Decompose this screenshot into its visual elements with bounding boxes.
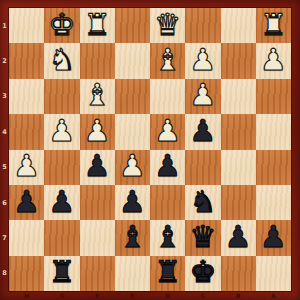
white-pawn-piece: ♟ <box>189 45 216 75</box>
rank-label-6: 6 <box>0 185 9 220</box>
white-pawn-piece: ♟ <box>84 116 111 146</box>
file-labels: HGFEDCBA <box>9 291 291 300</box>
square-g8[interactable]: ♜ <box>44 256 79 291</box>
square-e1[interactable] <box>115 8 150 43</box>
white-bishop-piece: ♝ <box>84 80 111 110</box>
square-g7[interactable] <box>44 220 79 255</box>
square-d8[interactable]: ♜ <box>150 256 185 291</box>
square-b6[interactable] <box>221 185 256 220</box>
square-c4[interactable]: ♟ <box>185 114 220 149</box>
black-pawn-piece: ♟ <box>189 116 216 146</box>
square-h7[interactable] <box>9 220 44 255</box>
rank-label-7: 7 <box>0 220 9 255</box>
black-pawn-piece: ♟ <box>48 187 75 217</box>
square-c5[interactable] <box>185 150 220 185</box>
square-d2[interactable]: ♝ <box>150 43 185 78</box>
file-label-f: F <box>80 291 115 300</box>
black-pawn-piece: ♟ <box>119 187 146 217</box>
rank-label-4: 4 <box>0 114 9 149</box>
square-f4[interactable]: ♟ <box>80 114 115 149</box>
square-e6[interactable]: ♟ <box>115 185 150 220</box>
white-bishop-piece: ♝ <box>154 45 181 75</box>
square-e5[interactable]: ♟ <box>115 150 150 185</box>
rank-label-2: 2 <box>0 43 9 78</box>
square-d3[interactable] <box>150 79 185 114</box>
black-king-piece: ♚ <box>189 257 216 287</box>
file-label-b: B <box>221 291 256 300</box>
square-d1[interactable]: ♛ <box>150 8 185 43</box>
file-label-c: C <box>185 291 220 300</box>
white-pawn-piece: ♟ <box>119 151 146 181</box>
square-f6[interactable] <box>80 185 115 220</box>
square-d5[interactable]: ♟ <box>150 150 185 185</box>
square-g6[interactable]: ♟ <box>44 185 79 220</box>
square-a3[interactable] <box>256 79 291 114</box>
white-king-piece: ♚ <box>48 10 75 40</box>
white-pawn-piece: ♟ <box>48 116 75 146</box>
black-bishop-piece: ♝ <box>119 222 146 252</box>
black-knight-piece: ♞ <box>189 187 216 217</box>
square-f8[interactable] <box>80 256 115 291</box>
black-pawn-piece: ♟ <box>260 222 287 252</box>
white-knight-piece: ♞ <box>48 45 75 75</box>
board-frame: 12345678 ♚♜♛♜♞♝♟♟♝♟♟♟♟♟♟♟♟♟♟♟♟♞♝♝♛♟♟♜♜♚ … <box>0 0 300 300</box>
rank-label-1: 1 <box>0 8 9 43</box>
black-pawn-piece: ♟ <box>84 151 111 181</box>
square-f5[interactable]: ♟ <box>80 150 115 185</box>
square-h3[interactable] <box>9 79 44 114</box>
square-b8[interactable] <box>221 256 256 291</box>
square-f7[interactable] <box>80 220 115 255</box>
black-bishop-piece: ♝ <box>154 222 181 252</box>
square-b2[interactable] <box>221 43 256 78</box>
square-f3[interactable]: ♝ <box>80 79 115 114</box>
square-d4[interactable]: ♟ <box>150 114 185 149</box>
white-rook-piece: ♜ <box>84 10 111 40</box>
file-label-a: A <box>256 291 291 300</box>
square-f1[interactable]: ♜ <box>80 8 115 43</box>
white-queen-piece: ♛ <box>154 10 181 40</box>
square-h2[interactable] <box>9 43 44 78</box>
square-a2[interactable]: ♟ <box>256 43 291 78</box>
black-rook-piece: ♜ <box>48 257 75 287</box>
square-c3[interactable]: ♟ <box>185 79 220 114</box>
square-h6[interactable]: ♟ <box>9 185 44 220</box>
square-e3[interactable] <box>115 79 150 114</box>
square-e4[interactable] <box>115 114 150 149</box>
square-g4[interactable]: ♟ <box>44 114 79 149</box>
square-c1[interactable] <box>185 8 220 43</box>
square-d6[interactable] <box>150 185 185 220</box>
square-e7[interactable]: ♝ <box>115 220 150 255</box>
black-rook-piece: ♜ <box>154 257 181 287</box>
square-a4[interactable] <box>256 114 291 149</box>
square-c7[interactable]: ♛ <box>185 220 220 255</box>
square-f2[interactable] <box>80 43 115 78</box>
rank-label-8: 8 <box>0 256 9 291</box>
square-h1[interactable] <box>9 8 44 43</box>
white-pawn-piece: ♟ <box>189 80 216 110</box>
square-e8[interactable] <box>115 256 150 291</box>
square-g3[interactable] <box>44 79 79 114</box>
square-a1[interactable]: ♜ <box>256 8 291 43</box>
file-label-g: G <box>44 291 79 300</box>
square-b4[interactable] <box>221 114 256 149</box>
square-b3[interactable] <box>221 79 256 114</box>
black-pawn-piece: ♟ <box>154 151 181 181</box>
square-g1[interactable]: ♚ <box>44 8 79 43</box>
white-pawn-piece: ♟ <box>154 116 181 146</box>
square-b1[interactable] <box>221 8 256 43</box>
rank-label-5: 5 <box>0 150 9 185</box>
file-label-h: H <box>9 291 44 300</box>
file-label-e: E <box>115 291 150 300</box>
square-a6[interactable] <box>256 185 291 220</box>
white-pawn-piece: ♟ <box>260 45 287 75</box>
white-rook-piece: ♜ <box>260 10 287 40</box>
square-h8[interactable] <box>9 256 44 291</box>
square-a7[interactable]: ♟ <box>256 220 291 255</box>
black-pawn-piece: ♟ <box>13 187 40 217</box>
square-a5[interactable] <box>256 150 291 185</box>
square-c2[interactable]: ♟ <box>185 43 220 78</box>
square-b7[interactable]: ♟ <box>221 220 256 255</box>
square-b5[interactable] <box>221 150 256 185</box>
square-g2[interactable]: ♞ <box>44 43 79 78</box>
square-e2[interactable] <box>115 43 150 78</box>
square-c6[interactable]: ♞ <box>185 185 220 220</box>
square-g5[interactable] <box>44 150 79 185</box>
rank-label-3: 3 <box>0 79 9 114</box>
rank-labels: 12345678 <box>0 8 9 291</box>
square-h4[interactable] <box>9 114 44 149</box>
black-pawn-piece: ♟ <box>225 222 252 252</box>
square-c8[interactable]: ♚ <box>185 256 220 291</box>
black-queen-piece: ♛ <box>189 222 216 252</box>
square-d7[interactable]: ♝ <box>150 220 185 255</box>
chess-board: ♚♜♛♜♞♝♟♟♝♟♟♟♟♟♟♟♟♟♟♟♟♞♝♝♛♟♟♜♜♚ <box>9 8 291 291</box>
file-label-d: D <box>150 291 185 300</box>
square-a8[interactable] <box>256 256 291 291</box>
white-pawn-piece: ♟ <box>13 151 40 181</box>
square-h5[interactable]: ♟ <box>9 150 44 185</box>
